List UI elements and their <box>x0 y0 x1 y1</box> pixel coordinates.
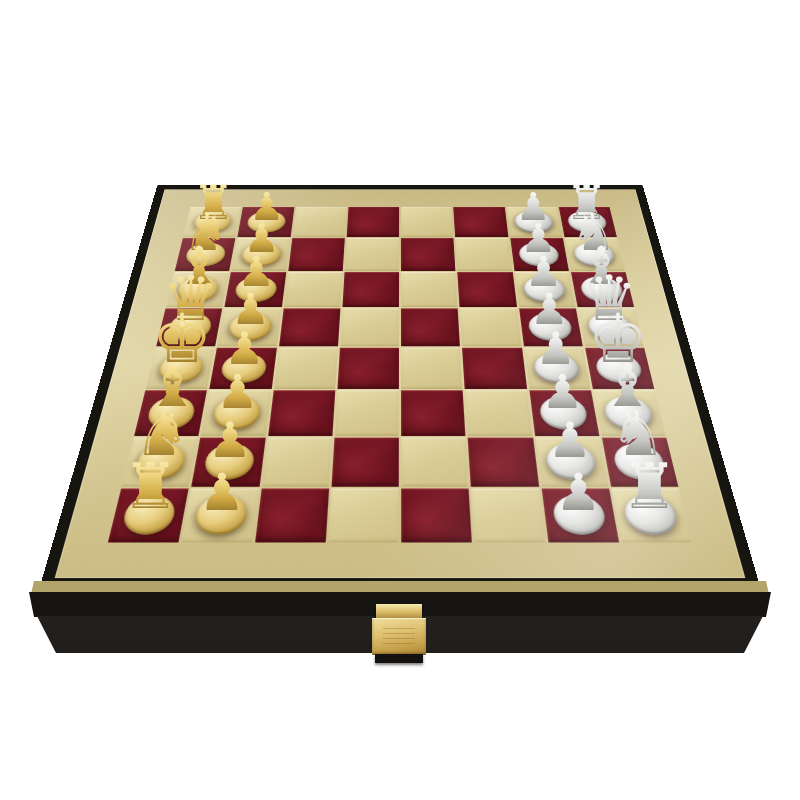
board-square-r7c3[interactable] <box>261 437 332 486</box>
piece-base <box>545 444 598 480</box>
board-square-r2c5[interactable] <box>401 238 456 271</box>
piece-base <box>603 397 656 429</box>
board-square-r6c5[interactable] <box>401 390 466 435</box>
piece-base <box>567 211 609 233</box>
board-square-r8c7[interactable] <box>541 488 619 542</box>
board-square-r6c7[interactable] <box>529 390 599 435</box>
board-square-r8c5[interactable] <box>401 488 472 542</box>
board-square-r6c6[interactable] <box>465 390 532 435</box>
board-square-r3c3[interactable] <box>283 272 342 307</box>
board-square-r1c2[interactable] <box>238 207 294 237</box>
board-square-r1c7[interactable] <box>506 207 562 237</box>
board-square-r4c4[interactable] <box>340 308 399 346</box>
piece-base <box>156 353 206 383</box>
board-square-r6c1[interactable] <box>134 390 207 435</box>
board-square-r8c8[interactable] <box>611 488 692 542</box>
piece-base <box>184 243 228 266</box>
board-square-r5c3[interactable] <box>273 348 337 389</box>
piece-base <box>202 444 255 480</box>
board-square-r4c3[interactable] <box>279 308 341 346</box>
board-square-r6c2[interactable] <box>201 390 271 435</box>
piece-base <box>145 397 198 429</box>
board-square-r5c7[interactable] <box>524 348 591 389</box>
board-scene <box>110 57 690 637</box>
board-square-r8c3[interactable] <box>255 488 329 542</box>
board-square-r3c2[interactable] <box>225 272 286 307</box>
board-square-r7c4[interactable] <box>331 437 399 486</box>
board-square-r4c2[interactable] <box>217 308 281 346</box>
piece-base <box>193 496 249 535</box>
board-square-r8c4[interactable] <box>328 488 399 542</box>
piece-base <box>594 353 644 383</box>
chess-set-photo: ♜♟♟♜♞♟♟♞♝♟♟♝♛♟♟♛♚♟♟♚♝♟♟♝♞♟♟♞♜♟♟♜ <box>0 0 800 800</box>
board-square-r1c4[interactable] <box>346 207 399 237</box>
piece-base <box>579 277 625 302</box>
board-square-r5c1[interactable] <box>146 348 215 389</box>
board-square-r7c5[interactable] <box>401 437 469 486</box>
piece-base <box>240 243 282 266</box>
piece-base <box>514 211 555 233</box>
board-square-r5c2[interactable] <box>209 348 276 389</box>
piece-base <box>622 496 680 535</box>
board-square-r2c4[interactable] <box>344 238 399 271</box>
board-square-r2c6[interactable] <box>455 238 512 271</box>
board-square-r7c2[interactable] <box>192 437 266 486</box>
board-square-r4c7[interactable] <box>519 308 583 346</box>
piece-base <box>211 397 262 429</box>
board-square-r6c8[interactable] <box>593 390 666 435</box>
piece-base <box>246 211 287 233</box>
board-square-r5c4[interactable] <box>337 348 399 389</box>
latch-engraving <box>383 628 415 644</box>
case-latch <box>372 604 426 663</box>
piece-base <box>219 353 267 383</box>
board-square-r8c2[interactable] <box>181 488 259 542</box>
board-squares-grid <box>108 207 692 543</box>
piece-base <box>573 243 617 266</box>
board-square-r3c7[interactable] <box>514 272 575 307</box>
piece-base <box>538 397 589 429</box>
piece-base <box>233 277 277 302</box>
board-square-r2c1[interactable] <box>175 238 236 271</box>
board-square-r4c6[interactable] <box>460 308 522 346</box>
board-square-r5c6[interactable] <box>462 348 526 389</box>
board-square-r2c8[interactable] <box>564 238 625 271</box>
board-square-r2c2[interactable] <box>231 238 290 271</box>
board-square-r1c8[interactable] <box>559 207 617 237</box>
board-square-r7c8[interactable] <box>602 437 679 486</box>
piece-base <box>191 211 233 233</box>
board-square-r4c1[interactable] <box>156 308 222 346</box>
board-square-r5c5[interactable] <box>401 348 463 389</box>
piece-base <box>587 313 635 340</box>
board-square-r7c6[interactable] <box>468 437 539 486</box>
board-square-r2c7[interactable] <box>510 238 569 271</box>
board-square-r7c7[interactable] <box>535 437 609 486</box>
piece-base <box>175 277 221 302</box>
piece-base <box>533 353 581 383</box>
board-square-r8c6[interactable] <box>471 488 545 542</box>
board-square-r4c5[interactable] <box>401 308 460 346</box>
board-square-r3c6[interactable] <box>458 272 517 307</box>
piece-base <box>120 496 178 535</box>
piece-base <box>552 496 608 535</box>
piece-base <box>612 444 667 480</box>
piece-base <box>166 313 214 340</box>
piece-base <box>527 313 573 340</box>
board-square-r1c1[interactable] <box>183 207 241 237</box>
board-square-r1c6[interactable] <box>453 207 508 237</box>
piece-base <box>518 243 560 266</box>
piece-base <box>522 277 566 302</box>
board-square-r3c5[interactable] <box>401 272 458 307</box>
latch-hinge <box>376 604 422 619</box>
board-square-r1c3[interactable] <box>292 207 347 237</box>
board-square-r7c1[interactable] <box>122 437 199 486</box>
board-square-r3c1[interactable] <box>166 272 229 307</box>
board-square-r3c4[interactable] <box>342 272 399 307</box>
board-square-r4c8[interactable] <box>578 308 644 346</box>
board-square-r6c3[interactable] <box>268 390 335 435</box>
chess-board <box>39 185 760 589</box>
piece-base <box>227 313 273 340</box>
board-square-r3c8[interactable] <box>571 272 634 307</box>
board-square-r8c1[interactable] <box>108 488 189 542</box>
board-square-r2c3[interactable] <box>288 238 345 271</box>
latch-shadow <box>375 654 423 663</box>
board-square-r5c8[interactable] <box>585 348 654 389</box>
board-square-r1c5[interactable] <box>401 207 454 237</box>
board-square-r6c4[interactable] <box>334 390 399 435</box>
piece-base <box>133 444 188 480</box>
